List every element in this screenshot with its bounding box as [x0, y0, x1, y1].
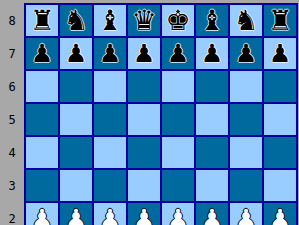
piece-black-queen[interactable]: ♛	[131, 5, 156, 36]
square-d7[interactable]: ♟	[128, 38, 160, 69]
square-d5[interactable]	[128, 104, 160, 135]
piece-black-pawn[interactable]: ♟	[99, 38, 121, 69]
square-h5[interactable]	[264, 104, 296, 135]
square-g8[interactable]: ♞	[230, 5, 262, 36]
piece-white-pawn[interactable]: ♟	[201, 203, 223, 225]
square-b2[interactable]: ♟	[60, 203, 92, 225]
square-b7[interactable]: ♟	[60, 38, 92, 69]
square-a4[interactable]	[26, 137, 58, 168]
piece-white-pawn[interactable]: ♟	[235, 203, 257, 225]
rank-label-2: 2	[0, 203, 24, 225]
square-c6[interactable]	[94, 71, 126, 102]
square-b3[interactable]	[60, 170, 92, 201]
piece-black-pawn[interactable]: ♟	[167, 38, 189, 69]
square-b8[interactable]: ♞	[60, 5, 92, 36]
square-b5[interactable]	[60, 104, 92, 135]
square-a5[interactable]	[26, 104, 58, 135]
piece-black-king[interactable]: ♚	[165, 5, 190, 36]
square-a2[interactable]: ♟	[26, 203, 58, 225]
square-g5[interactable]	[230, 104, 262, 135]
square-g4[interactable]	[230, 137, 262, 168]
rank-label-3: 3	[0, 170, 24, 201]
square-e7[interactable]: ♟	[162, 38, 194, 69]
square-c5[interactable]	[94, 104, 126, 135]
piece-black-pawn[interactable]: ♟	[65, 38, 87, 69]
square-h3[interactable]	[264, 170, 296, 201]
piece-black-rook[interactable]: ♜	[29, 5, 54, 36]
square-g2[interactable]: ♟	[230, 203, 262, 225]
square-a3[interactable]	[26, 170, 58, 201]
rank-label-6: 6	[0, 71, 24, 102]
piece-white-pawn[interactable]: ♟	[65, 203, 87, 225]
piece-white-pawn[interactable]: ♟	[133, 203, 155, 225]
rank-label-column: 8765432	[0, 5, 24, 225]
piece-black-bishop[interactable]: ♝	[199, 5, 224, 36]
piece-black-bishop[interactable]: ♝	[97, 5, 122, 36]
square-d6[interactable]	[128, 71, 160, 102]
square-f5[interactable]	[196, 104, 228, 135]
piece-white-pawn[interactable]: ♟	[31, 203, 53, 225]
square-h7[interactable]: ♟	[264, 38, 296, 69]
square-a6[interactable]	[26, 71, 58, 102]
square-f6[interactable]	[196, 71, 228, 102]
square-g3[interactable]	[230, 170, 262, 201]
square-h6[interactable]	[264, 71, 296, 102]
square-f7[interactable]: ♟	[196, 38, 228, 69]
piece-black-pawn[interactable]: ♟	[133, 38, 155, 69]
square-e6[interactable]	[162, 71, 194, 102]
rank-label-8: 8	[0, 5, 24, 36]
piece-white-pawn[interactable]: ♟	[99, 203, 121, 225]
square-e3[interactable]	[162, 170, 194, 201]
piece-black-knight[interactable]: ♞	[63, 5, 88, 36]
square-a8[interactable]: ♜	[26, 5, 58, 36]
square-g7[interactable]: ♟	[230, 38, 262, 69]
square-h8[interactable]: ♜	[264, 5, 296, 36]
piece-black-pawn[interactable]: ♟	[269, 38, 291, 69]
square-h2[interactable]: ♟	[264, 203, 296, 225]
rank-label-4: 4	[0, 137, 24, 168]
square-c8[interactable]: ♝	[94, 5, 126, 36]
square-c7[interactable]: ♟	[94, 38, 126, 69]
square-f3[interactable]	[196, 170, 228, 201]
square-h4[interactable]	[264, 137, 296, 168]
piece-black-pawn[interactable]: ♟	[201, 38, 223, 69]
square-d2[interactable]: ♟	[128, 203, 160, 225]
square-e4[interactable]	[162, 137, 194, 168]
square-b6[interactable]	[60, 71, 92, 102]
square-e2[interactable]: ♟	[162, 203, 194, 225]
square-g6[interactable]	[230, 71, 262, 102]
square-e8[interactable]: ♚	[162, 5, 194, 36]
piece-white-pawn[interactable]: ♟	[269, 203, 291, 225]
piece-black-pawn[interactable]: ♟	[235, 38, 257, 69]
rank-label-5: 5	[0, 104, 24, 135]
piece-black-pawn[interactable]: ♟	[31, 38, 53, 69]
square-e5[interactable]	[162, 104, 194, 135]
square-c3[interactable]	[94, 170, 126, 201]
square-d3[interactable]	[128, 170, 160, 201]
square-c4[interactable]	[94, 137, 126, 168]
square-f8[interactable]: ♝	[196, 5, 228, 36]
piece-white-pawn[interactable]: ♟	[167, 203, 189, 225]
square-b4[interactable]	[60, 137, 92, 168]
square-c2[interactable]: ♟	[94, 203, 126, 225]
square-d8[interactable]: ♛	[128, 5, 160, 36]
square-f4[interactable]	[196, 137, 228, 168]
square-d4[interactable]	[128, 137, 160, 168]
rank-label-7: 7	[0, 38, 24, 69]
square-a7[interactable]: ♟	[26, 38, 58, 69]
square-f2[interactable]: ♟	[196, 203, 228, 225]
piece-black-knight[interactable]: ♞	[233, 5, 258, 36]
piece-black-rook[interactable]: ♜	[267, 5, 292, 36]
chess-app-screen: 8765432 ♜♞♝♛♚♝♞♜♟♟♟♟♟♟♟♟♟♟♟♟♟♟♟♟♜♞♝♛♚♝♞♜	[0, 0, 299, 225]
chess-board: ♜♞♝♛♚♝♞♜♟♟♟♟♟♟♟♟♟♟♟♟♟♟♟♟♜♞♝♛♚♝♞♜	[24, 3, 298, 225]
